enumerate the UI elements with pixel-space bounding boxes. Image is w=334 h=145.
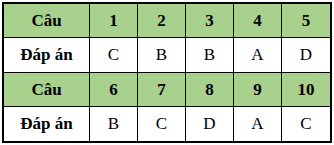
question-number: 9: [234, 73, 282, 107]
question-number: 6: [90, 73, 138, 107]
answer-key-table: Câu 1 2 3 4 5 Đáp án C B B A D Câu 6 7 8…: [2, 2, 332, 143]
answer-letter: B: [186, 38, 234, 72]
answer-row-1-5: Đáp án C B B A D: [4, 38, 330, 72]
question-number: 8: [186, 73, 234, 107]
answer-label: Đáp án: [4, 38, 90, 72]
question-number: 7: [138, 73, 186, 107]
answer-letter: B: [138, 38, 186, 72]
question-number: 5: [282, 4, 330, 38]
answer-letter: D: [186, 107, 234, 141]
question-label: Câu: [4, 4, 90, 38]
question-row-1-5: Câu 1 2 3 4 5: [4, 4, 330, 38]
question-number: 3: [186, 4, 234, 38]
answer-letter: B: [90, 107, 138, 141]
answer-letter: A: [234, 107, 282, 141]
question-number: 10: [282, 73, 330, 107]
document-page: Câu 1 2 3 4 5 Đáp án C B B A D Câu 6 7 8…: [0, 0, 334, 145]
answer-letter: D: [282, 38, 330, 72]
answer-label: Đáp án: [4, 107, 90, 141]
question-number: 4: [234, 4, 282, 38]
answer-letter: A: [234, 38, 282, 72]
answer-letter: C: [90, 38, 138, 72]
answer-letter: C: [282, 107, 330, 141]
question-number: 2: [138, 4, 186, 38]
question-number: 1: [90, 4, 138, 38]
question-row-6-10: Câu 6 7 8 9 10: [4, 73, 330, 107]
answer-row-6-10: Đáp án B C D A C: [4, 107, 330, 141]
answer-letter: C: [138, 107, 186, 141]
question-label: Câu: [4, 73, 90, 107]
